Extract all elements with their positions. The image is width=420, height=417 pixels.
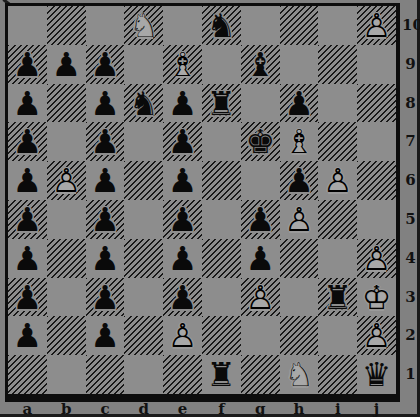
rank-label-2: 2 [402,316,419,355]
square-h4 [280,239,319,278]
rank-label-8: 8 [402,84,419,123]
black-pawn-c8: ♟ [86,84,125,123]
square-f1: ♜ [202,355,241,394]
square-c7: ♟ [86,122,125,161]
black-pawn-c6: ♟ [86,161,125,200]
square-a8: ♟ [8,84,47,123]
square-b10 [47,6,86,45]
white-pawn-j10: ♙ [357,6,396,45]
rank-label-5: 5 [402,200,419,239]
square-h2 [280,316,319,355]
square-h6: ♟ [280,161,319,200]
square-g1 [241,355,280,394]
square-e1 [163,355,202,394]
square-c6: ♟ [86,161,125,200]
square-g5: ♟ [241,200,280,239]
square-f8: ♜ [202,84,241,123]
black-pawn-e4: ♟ [163,239,202,278]
white-bishop-h7: ♗ [280,122,319,161]
square-d2 [124,316,163,355]
square-i4 [318,239,357,278]
scanned-page: ♞♘♞♟♙♟♟♟♝♗♝♟♟♞♟♜♟♟♟♟♚♝♗♟♟♙♟♟♟♟♙♟♟♟♟♟♙♟♟♟… [0,0,420,417]
white-bishop-e9: ♗ [163,45,202,84]
black-pawn-a8: ♟ [8,84,47,123]
file-label-d: d [124,401,163,417]
square-f4 [202,239,241,278]
black-king-g7: ♚ [241,122,280,161]
black-pawn-a9: ♟ [8,45,47,84]
square-g4: ♟ [241,239,280,278]
square-d1 [124,355,163,394]
black-pawn-a2: ♟ [8,316,47,355]
rank-label-6: 6 [402,161,419,200]
square-h9 [280,45,319,84]
rank-label-9: 9 [402,45,419,84]
board-frame: ♞♘♞♟♙♟♟♟♝♗♝♟♟♞♟♜♟♟♟♟♚♝♗♟♟♙♟♟♟♟♙♟♟♟♟♟♙♟♟♟… [5,3,400,402]
black-pawn-c7: ♟ [86,122,125,161]
file-label-c: c [86,401,125,417]
white-pawn-b6: ♙ [47,161,86,200]
black-rook-f8: ♜ [202,84,241,123]
black-pawn-b9: ♟ [47,45,86,84]
square-f10: ♞ [202,6,241,45]
square-b4 [47,239,86,278]
white-pawn-h5: ♙ [280,200,319,239]
square-d8: ♞ [124,84,163,123]
black-bishop-g9: ♝ [241,45,280,84]
white-pawn-i6: ♙ [318,161,357,200]
square-e9: ♝♗ [163,45,202,84]
square-h1: ♞♘ [280,355,319,394]
square-j5 [357,200,396,239]
square-i2 [318,316,357,355]
rank-label-10: 10 [402,6,419,45]
square-f7 [202,122,241,161]
square-e5: ♟ [163,200,202,239]
file-label-f: f [202,401,241,417]
black-pawn-e7: ♟ [163,122,202,161]
white-pawn-j4: ♙ [357,239,396,278]
square-j4: ♟♙ [357,239,396,278]
square-a1 [8,355,47,394]
black-pawn-g4: ♟ [241,239,280,278]
square-f5 [202,200,241,239]
square-d3 [124,278,163,317]
white-knight-d10: ♘ [124,6,163,45]
square-g7: ♚ [241,122,280,161]
square-d7 [124,122,163,161]
square-e8: ♟ [163,84,202,123]
black-pawn-e8: ♟ [163,84,202,123]
black-knight-f10: ♞ [202,6,241,45]
square-b6: ♟♙ [47,161,86,200]
file-label-b: b [47,401,86,417]
black-pawn-c3: ♟ [86,278,125,317]
black-pawn-a5: ♟ [8,200,47,239]
square-c5: ♟ [86,200,125,239]
square-c8: ♟ [86,84,125,123]
square-e10 [163,6,202,45]
square-h3 [280,278,319,317]
black-pawn-c9: ♟ [86,45,125,84]
file-label-h: h [280,401,319,417]
square-c10 [86,6,125,45]
black-pawn-a3: ♟ [8,278,47,317]
rank-label-4: 4 [402,239,419,278]
file-label-e: e [163,401,202,417]
white-king-j3: ♔ [357,278,396,317]
square-d10: ♞♘ [124,6,163,45]
square-e7: ♟ [163,122,202,161]
square-g9: ♝ [241,45,280,84]
chess-board: ♞♘♞♟♙♟♟♟♝♗♝♟♟♞♟♜♟♟♟♟♚♝♗♟♟♙♟♟♟♟♙♟♟♟♟♟♙♟♟♟… [8,6,396,394]
square-d9 [124,45,163,84]
square-a9: ♟ [8,45,47,84]
white-pawn-e2: ♙ [163,316,202,355]
square-i7 [318,122,357,161]
square-f3 [202,278,241,317]
square-j2: ♟♙ [357,316,396,355]
square-g3: ♟♙ [241,278,280,317]
square-a4: ♟ [8,239,47,278]
square-b9: ♟ [47,45,86,84]
square-c4: ♟ [86,239,125,278]
square-e2: ♟♙ [163,316,202,355]
black-pawn-e6: ♟ [163,161,202,200]
square-b7 [47,122,86,161]
square-j9 [357,45,396,84]
square-i8 [318,84,357,123]
square-g6 [241,161,280,200]
black-pawn-h8: ♟ [280,84,319,123]
black-pawn-c2: ♟ [86,316,125,355]
square-c9: ♟ [86,45,125,84]
file-label-a: a [8,401,47,417]
black-rook-i3: ♜ [318,278,357,317]
white-knight-h1: ♘ [280,355,319,394]
black-pawn-a7: ♟ [8,122,47,161]
square-d5 [124,200,163,239]
square-d4 [124,239,163,278]
black-queen-j1: ♛ [357,355,396,394]
file-label-j: j [357,401,396,417]
square-e4: ♟ [163,239,202,278]
white-pawn-g3: ♙ [241,278,280,317]
square-h5: ♟♙ [280,200,319,239]
black-knight-d8: ♞ [124,84,163,123]
square-b5 [47,200,86,239]
square-a7: ♟ [8,122,47,161]
square-g10 [241,6,280,45]
square-h7: ♝♗ [280,122,319,161]
black-pawn-e3: ♟ [163,278,202,317]
file-label-i: i [318,401,357,417]
square-i1 [318,355,357,394]
black-pawn-c5: ♟ [86,200,125,239]
square-f6 [202,161,241,200]
square-c2: ♟ [86,316,125,355]
square-g2 [241,316,280,355]
square-b1 [47,355,86,394]
square-i6: ♟♙ [318,161,357,200]
square-a6: ♟ [8,161,47,200]
black-pawn-e5: ♟ [163,200,202,239]
rank-label-1: 1 [402,355,419,394]
square-a5: ♟ [8,200,47,239]
square-a3: ♟ [8,278,47,317]
square-b8 [47,84,86,123]
square-j3: ♚♔ [357,278,396,317]
white-pawn-j2: ♙ [357,316,396,355]
square-e3: ♟ [163,278,202,317]
square-i10 [318,6,357,45]
square-j6 [357,161,396,200]
square-d6 [124,161,163,200]
square-j10: ♟♙ [357,6,396,45]
square-a10 [8,6,47,45]
square-b2 [47,316,86,355]
square-j7 [357,122,396,161]
square-a2: ♟ [8,316,47,355]
square-i5 [318,200,357,239]
black-rook-f1: ♜ [202,355,241,394]
square-c1 [86,355,125,394]
black-pawn-c4: ♟ [86,239,125,278]
square-h10 [280,6,319,45]
square-f2 [202,316,241,355]
black-pawn-h6: ♟ [280,161,319,200]
square-c3: ♟ [86,278,125,317]
square-h8: ♟ [280,84,319,123]
square-e6: ♟ [163,161,202,200]
square-b3 [47,278,86,317]
file-label-g: g [241,401,280,417]
square-f9 [202,45,241,84]
rank-label-7: 7 [402,122,419,161]
square-g8 [241,84,280,123]
square-i9 [318,45,357,84]
black-pawn-a6: ♟ [8,161,47,200]
square-j1: ♛ [357,355,396,394]
square-j8 [357,84,396,123]
rank-label-3: 3 [402,278,419,317]
square-i3: ♜ [318,278,357,317]
black-pawn-a4: ♟ [8,239,47,278]
black-pawn-g5: ♟ [241,200,280,239]
